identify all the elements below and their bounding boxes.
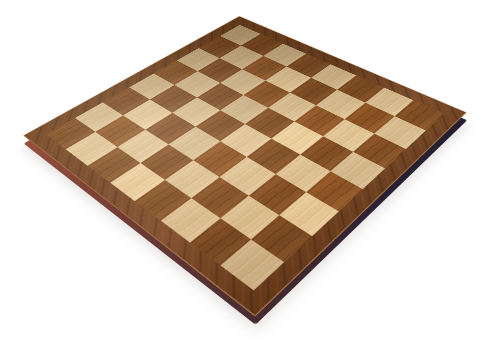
- board-grid: [46, 25, 444, 291]
- product-photo: [0, 0, 500, 350]
- board-top-face: [23, 16, 466, 317]
